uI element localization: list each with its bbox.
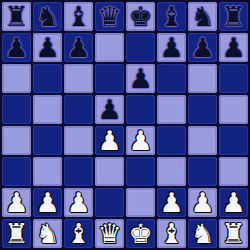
- square-f3[interactable]: [157, 157, 186, 186]
- square-h6[interactable]: [219, 64, 248, 93]
- square-b6[interactable]: [33, 64, 62, 93]
- square-d4[interactable]: ♟: [95, 126, 124, 155]
- piece-white-pawn[interactable]: ♟: [66, 188, 90, 217]
- square-b4[interactable]: [33, 126, 62, 155]
- square-f6[interactable]: [157, 64, 186, 93]
- piece-white-pawn[interactable]: ♟: [128, 126, 152, 155]
- square-h1[interactable]: ♜: [219, 219, 248, 248]
- square-f5[interactable]: [157, 95, 186, 124]
- square-d1[interactable]: ♛: [95, 219, 124, 248]
- square-f7[interactable]: ♟: [157, 33, 186, 62]
- square-a7[interactable]: ♟: [2, 33, 31, 62]
- piece-black-pawn[interactable]: ♟: [66, 33, 90, 62]
- square-b3[interactable]: [33, 157, 62, 186]
- square-a2[interactable]: ♟: [2, 188, 31, 217]
- square-e8[interactable]: ♚: [126, 2, 155, 31]
- piece-white-pawn[interactable]: ♟: [221, 188, 245, 217]
- piece-black-pawn[interactable]: ♟: [97, 95, 121, 124]
- piece-white-rook[interactable]: ♜: [221, 219, 245, 248]
- square-g7[interactable]: ♟: [188, 33, 217, 62]
- square-b2[interactable]: ♟: [33, 188, 62, 217]
- piece-white-king[interactable]: ♚: [128, 219, 152, 248]
- square-a4[interactable]: [2, 126, 31, 155]
- square-e4[interactable]: ♟: [126, 126, 155, 155]
- square-e2[interactable]: [126, 188, 155, 217]
- piece-white-knight[interactable]: ♞: [190, 219, 214, 248]
- piece-black-pawn[interactable]: ♟: [128, 64, 152, 93]
- square-c7[interactable]: ♟: [64, 33, 93, 62]
- square-e6[interactable]: ♟: [126, 64, 155, 93]
- square-g2[interactable]: ♟: [188, 188, 217, 217]
- square-f4[interactable]: [157, 126, 186, 155]
- square-c4[interactable]: [64, 126, 93, 155]
- square-g6[interactable]: [188, 64, 217, 93]
- square-a3[interactable]: [2, 157, 31, 186]
- piece-white-pawn[interactable]: ♟: [159, 188, 183, 217]
- square-c8[interactable]: ♝: [64, 2, 93, 31]
- square-c2[interactable]: ♟: [64, 188, 93, 217]
- square-e7[interactable]: [126, 33, 155, 62]
- piece-black-pawn[interactable]: ♟: [35, 33, 59, 62]
- piece-white-pawn[interactable]: ♟: [97, 126, 121, 155]
- piece-black-rook[interactable]: ♜: [4, 2, 28, 31]
- square-h4[interactable]: [219, 126, 248, 155]
- piece-black-king[interactable]: ♚: [128, 2, 152, 31]
- square-d6[interactable]: [95, 64, 124, 93]
- piece-white-pawn[interactable]: ♟: [35, 188, 59, 217]
- square-b1[interactable]: ♞: [33, 219, 62, 248]
- piece-black-queen[interactable]: ♛: [97, 2, 121, 31]
- piece-white-queen[interactable]: ♛: [97, 219, 121, 248]
- square-e1[interactable]: ♚: [126, 219, 155, 248]
- square-f1[interactable]: ♝: [157, 219, 186, 248]
- square-f2[interactable]: ♟: [157, 188, 186, 217]
- square-h5[interactable]: [219, 95, 248, 124]
- square-a5[interactable]: [2, 95, 31, 124]
- piece-black-bishop[interactable]: ♝: [159, 2, 183, 31]
- square-b5[interactable]: [33, 95, 62, 124]
- square-a6[interactable]: [2, 64, 31, 93]
- square-a1[interactable]: ♜: [2, 219, 31, 248]
- square-g5[interactable]: [188, 95, 217, 124]
- piece-white-pawn[interactable]: ♟: [190, 188, 214, 217]
- square-c5[interactable]: [64, 95, 93, 124]
- square-a8[interactable]: ♜: [2, 2, 31, 31]
- square-d7[interactable]: [95, 33, 124, 62]
- piece-black-knight[interactable]: ♞: [190, 2, 214, 31]
- square-e5[interactable]: [126, 95, 155, 124]
- piece-black-rook[interactable]: ♜: [221, 2, 245, 31]
- square-h2[interactable]: ♟: [219, 188, 248, 217]
- piece-white-bishop[interactable]: ♝: [66, 219, 90, 248]
- square-h7[interactable]: ♟: [219, 33, 248, 62]
- chess-board: ♜♞♝♛♚♝♞♜♟♟♟♟♟♟♟♟♟♟♟♟♟♟♟♟♜♞♝♛♚♝♞♜: [0, 0, 250, 250]
- square-g4[interactable]: [188, 126, 217, 155]
- piece-white-rook[interactable]: ♜: [4, 219, 28, 248]
- square-c6[interactable]: [64, 64, 93, 93]
- square-b8[interactable]: ♞: [33, 2, 62, 31]
- piece-black-knight[interactable]: ♞: [35, 2, 59, 31]
- piece-white-pawn[interactable]: ♟: [4, 188, 28, 217]
- square-g1[interactable]: ♞: [188, 219, 217, 248]
- square-g8[interactable]: ♞: [188, 2, 217, 31]
- piece-black-bishop[interactable]: ♝: [66, 2, 90, 31]
- piece-black-pawn[interactable]: ♟: [159, 33, 183, 62]
- piece-white-bishop[interactable]: ♝: [159, 219, 183, 248]
- square-d3[interactable]: [95, 157, 124, 186]
- chess-app-viewport: ♜♞♝♛♚♝♞♜♟♟♟♟♟♟♟♟♟♟♟♟♟♟♟♟♜♞♝♛♚♝♞♜: [0, 0, 250, 250]
- piece-black-pawn[interactable]: ♟: [4, 33, 28, 62]
- square-c3[interactable]: [64, 157, 93, 186]
- square-g3[interactable]: [188, 157, 217, 186]
- square-e3[interactable]: [126, 157, 155, 186]
- square-d2[interactable]: [95, 188, 124, 217]
- square-f8[interactable]: ♝: [157, 2, 186, 31]
- piece-black-pawn[interactable]: ♟: [221, 33, 245, 62]
- square-d8[interactable]: ♛: [95, 2, 124, 31]
- square-h3[interactable]: [219, 157, 248, 186]
- square-b7[interactable]: ♟: [33, 33, 62, 62]
- square-h8[interactable]: ♜: [219, 2, 248, 31]
- piece-black-pawn[interactable]: ♟: [190, 33, 214, 62]
- square-c1[interactable]: ♝: [64, 219, 93, 248]
- piece-white-knight[interactable]: ♞: [35, 219, 59, 248]
- square-d5[interactable]: ♟: [95, 95, 124, 124]
